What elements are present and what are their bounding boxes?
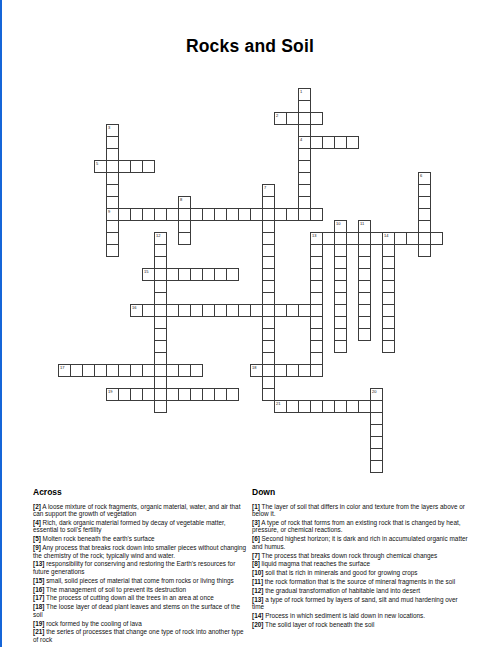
clue-item: [6] Second highest horizon; it is dark a…	[252, 535, 470, 550]
clue-item: [9] Any process that breaks rock down in…	[33, 544, 249, 559]
clue-item: [3] A type of rock that forms from an ex…	[252, 519, 470, 534]
clue-number: [14]	[252, 612, 263, 619]
clue-item: [19] rock formed by the cooling of lava	[33, 620, 249, 627]
clue-number: [13]	[33, 560, 44, 567]
crossword-cell[interactable]	[322, 232, 335, 245]
crossword-cell[interactable]	[370, 460, 383, 473]
cell-number: 19	[108, 389, 112, 394]
clue-number: [3]	[252, 519, 260, 526]
crossword-cell[interactable]	[334, 340, 347, 353]
down-heading: Down	[252, 487, 470, 497]
clue-number: [15]	[33, 577, 44, 584]
clue-number: [16]	[33, 586, 44, 593]
cell-number: 2	[276, 113, 278, 118]
clue-item: [13] responsibility for conserving and r…	[33, 560, 249, 575]
across-clues-section: Across [2] A loose mixture of rock fragm…	[33, 487, 249, 645]
down-clue-list: [1] The layer of soil that differs in co…	[252, 503, 470, 628]
crossword-cell[interactable]	[250, 208, 263, 221]
clue-item: [7] The process that breaks down rock th…	[252, 552, 470, 559]
crossword-cell[interactable]	[154, 400, 167, 413]
cell-number: 17	[60, 365, 64, 370]
crossword-cell[interactable]	[310, 364, 323, 377]
crossword-cell[interactable]	[346, 136, 359, 149]
crossword-cell[interactable]	[310, 208, 323, 221]
crossword-cell[interactable]	[286, 112, 299, 125]
clue-number: [2]	[33, 503, 41, 510]
clue-item: [13] a type of rock formed by layers of …	[252, 596, 470, 611]
clue-item: [17] The process of cutting down all the…	[33, 594, 249, 601]
crossword-cell[interactable]	[286, 208, 299, 221]
crossword-cell[interactable]	[346, 232, 359, 245]
cell-number: 3	[108, 125, 110, 130]
crossword-cell[interactable]	[226, 268, 239, 281]
clue-number: [6]	[252, 535, 260, 542]
cell-number: 8	[180, 197, 182, 202]
clue-number: [4]	[33, 519, 41, 526]
crossword-cell[interactable]	[190, 364, 203, 377]
clue-item: [12] the gradual transformation of habit…	[252, 587, 470, 594]
cell-number: 4	[300, 137, 302, 142]
crossword-cell[interactable]	[418, 244, 431, 257]
crossword-cell[interactable]	[382, 340, 395, 353]
clue-number: [19]	[33, 620, 44, 627]
cell-number: 16	[132, 305, 136, 310]
across-heading: Across	[33, 487, 249, 497]
crossword-cell[interactable]	[430, 232, 443, 245]
crossword-cell[interactable]	[142, 388, 155, 401]
crossword-cell[interactable]	[358, 400, 371, 413]
clue-item: [15] small, solid pieces of material tha…	[33, 577, 249, 584]
clue-item: [16] The management of soil to prevent i…	[33, 586, 249, 593]
cell-number: 5	[96, 161, 98, 166]
crossword-cell[interactable]	[142, 364, 155, 377]
crossword-worksheet: Rocks and Soil 1423956781011121314151617…	[0, 0, 500, 647]
cell-number: 7	[264, 185, 266, 190]
cell-number: 14	[384, 233, 388, 238]
clue-item: [20] The solid layer of rock beneath the…	[252, 621, 470, 628]
clue-number: [13]	[252, 596, 263, 603]
crossword-cell[interactable]	[298, 304, 311, 317]
cell-number: 6	[420, 173, 422, 178]
clue-item: [10] soil that is rich in minerals and g…	[252, 569, 470, 576]
clue-number: [7]	[252, 552, 260, 559]
clue-number: [8]	[252, 560, 260, 567]
cell-number: 11	[360, 221, 364, 226]
clue-number: [20]	[252, 621, 263, 628]
clue-item: [21] the series of processes that change…	[33, 628, 249, 643]
clue-number: [9]	[33, 544, 41, 551]
crossword-cell[interactable]	[310, 112, 323, 125]
clue-number: [1]	[252, 503, 260, 510]
down-clues-section: Down [1] The layer of soil that differs …	[252, 487, 470, 630]
clue-number: [5]	[33, 535, 41, 542]
crossword-cell[interactable]: 5	[94, 160, 107, 173]
crossword-cell[interactable]: 15	[142, 268, 155, 281]
crossword-cell[interactable]	[358, 328, 371, 341]
cell-number: 20	[372, 389, 376, 394]
clue-item: [18] The loose layer of dead plant leave…	[33, 603, 249, 618]
cell-number: 18	[252, 365, 256, 370]
clue-item: [8] liquid magma that reaches the surfac…	[252, 560, 470, 567]
clue-item: [11] the rock formation that is the sour…	[252, 578, 470, 585]
crossword-cell[interactable]: 18	[250, 364, 263, 377]
cell-number: 21	[276, 401, 280, 406]
clue-number: [10]	[252, 569, 263, 576]
clue-item: [2] A loose mixture of rock fragments, o…	[33, 503, 249, 518]
cell-number: 1	[300, 89, 302, 94]
cell-number: 15	[144, 269, 148, 274]
crossword-cell[interactable]	[226, 388, 239, 401]
clue-item: [1] The layer of soil that differs in co…	[252, 503, 470, 518]
clue-item: [14] Process in which sediment is laid d…	[252, 612, 470, 619]
crossword-grid: 142395678101112131415161718192021	[0, 0, 500, 500]
cell-number: 13	[312, 233, 316, 238]
crossword-cell[interactable]	[406, 232, 419, 245]
crossword-cell[interactable]	[250, 304, 263, 317]
cell-number: 10	[336, 221, 340, 226]
clue-item: [4] Rich, dark organic material formed b…	[33, 519, 249, 534]
cell-number: 9	[108, 209, 110, 214]
crossword-cell[interactable]	[142, 160, 155, 173]
clue-number: [17]	[33, 594, 44, 601]
cell-number: 12	[156, 233, 160, 238]
clue-item: [5] Molten rock beneath the earth's surf…	[33, 535, 249, 542]
clue-number: [21]	[33, 628, 44, 635]
clue-number: [11]	[252, 578, 263, 585]
across-clue-list: [2] A loose mixture of rock fragments, o…	[33, 503, 249, 643]
crossword-cell[interactable]	[106, 244, 119, 257]
clue-number: [12]	[252, 587, 263, 594]
clue-number: [18]	[33, 603, 44, 610]
crossword-cell[interactable]	[178, 232, 191, 245]
crossword-cell[interactable]	[166, 208, 179, 221]
crossword-cell[interactable]	[142, 304, 155, 317]
